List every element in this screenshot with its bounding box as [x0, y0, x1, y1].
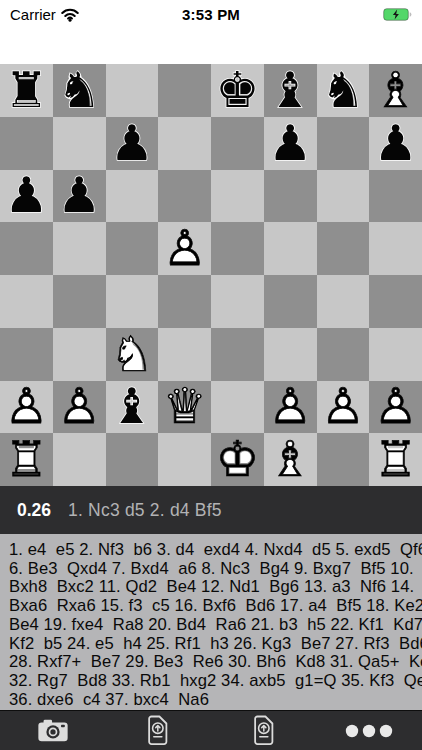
square-h3[interactable] [369, 328, 422, 381]
square-g5[interactable] [317, 222, 370, 275]
white-knight-icon: ♘ [106, 328, 159, 381]
square-a2[interactable]: ♟♙ [0, 381, 53, 434]
black-pawn-icon: ♟ [369, 117, 422, 170]
square-g7[interactable] [317, 117, 370, 170]
black-pawn-icon: ♙ [369, 117, 422, 170]
square-g1[interactable] [317, 433, 370, 486]
square-e6[interactable] [211, 170, 264, 223]
export-document-button[interactable] [211, 711, 317, 750]
square-a8[interactable]: ♖♜ [0, 64, 53, 117]
white-pawn-icon: ♟ [158, 222, 211, 275]
square-e7[interactable] [211, 117, 264, 170]
chess-board: ♖♜♘♞♔♚♗♝♘♞♝♗♙♟♙♟♙♟♙♟♙♟♟♙♞♘♟♙♟♙♗♝♛♕♟♙♟♙♟♙… [0, 64, 422, 486]
square-h5[interactable] [369, 222, 422, 275]
square-f4[interactable] [264, 275, 317, 328]
square-a1[interactable]: ♜♖ [0, 433, 53, 486]
square-f6[interactable] [264, 170, 317, 223]
black-pawn-icon: ♙ [0, 170, 53, 223]
black-rook-icon: ♖ [0, 64, 53, 117]
square-a6[interactable]: ♙♟ [0, 170, 53, 223]
square-c6[interactable] [106, 170, 159, 223]
white-king-icon: ♔ [211, 433, 264, 486]
square-e5[interactable] [211, 222, 264, 275]
square-a7[interactable] [0, 117, 53, 170]
square-f1[interactable]: ♝♗ [264, 433, 317, 486]
black-knight-icon: ♞ [53, 64, 106, 117]
square-h8[interactable]: ♝♗ [369, 64, 422, 117]
black-rook-icon: ♜ [0, 64, 53, 117]
square-d1[interactable] [158, 433, 211, 486]
white-rook-icon: ♜ [369, 433, 422, 486]
square-d8[interactable] [158, 64, 211, 117]
white-pawn-icon: ♙ [264, 381, 317, 434]
move-line: 36. dxe6 c4 37. bxc4 Na6 [9, 691, 413, 710]
square-d7[interactable] [158, 117, 211, 170]
square-g6[interactable] [317, 170, 370, 223]
battery-charging-icon [383, 8, 412, 21]
black-pawn-icon: ♟ [264, 117, 317, 170]
move-line: 1. e4 e5 2. Nf3 b6 3. d4 exd4 4. Nxd4 d5… [9, 541, 413, 560]
square-b7[interactable] [53, 117, 106, 170]
black-pawn-icon: ♟ [0, 170, 53, 223]
white-pawn-icon: ♟ [369, 381, 422, 434]
black-pawn-icon: ♟ [106, 117, 159, 170]
square-c4[interactable] [106, 275, 159, 328]
square-a4[interactable] [0, 275, 53, 328]
black-pawn-icon: ♙ [53, 170, 106, 223]
white-queen-icon: ♕ [158, 381, 211, 434]
move-line: Bxa6 Rxa6 15. f3 c5 16. Bxf6 Bd6 17. a4 … [9, 597, 413, 616]
black-knight-icon: ♘ [53, 64, 106, 117]
white-rook-icon: ♜ [0, 433, 53, 486]
square-g8[interactable]: ♘♞ [317, 64, 370, 117]
square-b2[interactable]: ♟♙ [53, 381, 106, 434]
square-d5[interactable]: ♟♙ [158, 222, 211, 275]
white-pawn-icon: ♟ [264, 381, 317, 434]
white-bishop-icon: ♝ [369, 64, 422, 117]
white-pawn-icon: ♙ [317, 381, 370, 434]
white-knight-icon: ♞ [106, 328, 159, 381]
black-king-icon: ♚ [211, 64, 264, 117]
square-e2[interactable] [211, 381, 264, 434]
square-f8[interactable]: ♗♝ [264, 64, 317, 117]
export-game-button[interactable] [106, 711, 212, 750]
square-e3[interactable] [211, 328, 264, 381]
square-d4[interactable] [158, 275, 211, 328]
camera-button[interactable] [0, 711, 106, 750]
square-a5[interactable] [0, 222, 53, 275]
white-rook-icon: ♖ [0, 433, 53, 486]
black-bishop-icon: ♝ [106, 381, 159, 434]
move-line: Kf2 b5 24. e5 h4 25. Rf1 h3 26. Kg3 Be7 … [9, 635, 413, 654]
white-bishop-icon: ♗ [264, 433, 317, 486]
square-f5[interactable] [264, 222, 317, 275]
move-line: 6. Be3 Qxd4 7. Bxd4 a6 8. Nc3 Bg4 9. Bxg… [9, 560, 413, 579]
square-f7[interactable]: ♙♟ [264, 117, 317, 170]
square-h7[interactable]: ♙♟ [369, 117, 422, 170]
square-c1[interactable] [106, 433, 159, 486]
engine-best-line: 1. Nc3 d5 2. d4 Bf5 [68, 500, 222, 521]
white-king-icon: ♚ [211, 433, 264, 486]
square-b6[interactable]: ♙♟ [53, 170, 106, 223]
black-pawn-icon: ♙ [106, 117, 159, 170]
move-line: Bxh8 Bxc2 11. Qd2 Be4 12. Nd1 Bg6 13. a3… [9, 578, 413, 597]
square-c8[interactable] [106, 64, 159, 117]
square-e4[interactable] [211, 275, 264, 328]
white-pawn-icon: ♟ [317, 381, 370, 434]
black-pawn-icon: ♙ [264, 117, 317, 170]
square-b5[interactable] [53, 222, 106, 275]
black-king-icon: ♔ [211, 64, 264, 117]
square-d2[interactable]: ♛♕ [158, 381, 211, 434]
white-pawn-icon: ♙ [369, 381, 422, 434]
black-pawn-icon: ♟ [53, 170, 106, 223]
square-e1[interactable]: ♚♔ [211, 433, 264, 486]
black-knight-icon: ♞ [317, 64, 370, 117]
camera-icon [36, 718, 70, 743]
white-pawn-icon: ♙ [158, 222, 211, 275]
square-g4[interactable] [317, 275, 370, 328]
white-pawn-icon: ♙ [0, 381, 53, 434]
square-d6[interactable] [158, 170, 211, 223]
white-pawn-icon: ♟ [0, 381, 53, 434]
chess-app-screen: Carrier 3:53 PM ♖♜♘♞♔♚♗♝♘♞♝♗♙♟♙♟♙♟♙♟♙♟♟♙… [0, 0, 422, 750]
black-bishop-icon: ♝ [264, 64, 317, 117]
square-h1[interactable]: ♜♖ [369, 433, 422, 486]
square-c2[interactable]: ♗♝ [106, 381, 159, 434]
move-list[interactable]: 1. e4 e5 2. Nf3 b6 3. d4 exd4 4. Nxd4 d5… [0, 534, 422, 710]
square-g3[interactable] [317, 328, 370, 381]
square-e8[interactable]: ♔♚ [211, 64, 264, 117]
white-queen-icon: ♛ [158, 381, 211, 434]
move-line: Be4 19. fxe4 Ra8 20. Bd4 Ra6 21. b3 h5 2… [9, 616, 413, 635]
move-line: 28. Rxf7+ Be7 29. Be3 Re6 30. Bh6 Kd8 31… [9, 653, 413, 672]
white-pawn-icon: ♙ [53, 381, 106, 434]
square-c7[interactable]: ♙♟ [106, 117, 159, 170]
square-b8[interactable]: ♘♞ [53, 64, 106, 117]
black-knight-icon: ♘ [317, 64, 370, 117]
export-document-icon [144, 715, 172, 746]
white-pawn-icon: ♟ [53, 381, 106, 434]
engine-eval-bar[interactable]: 0.26 1. Nc3 d5 2. d4 Bf5 [0, 486, 422, 534]
wifi-icon [61, 7, 79, 22]
square-g2[interactable]: ♟♙ [317, 381, 370, 434]
white-bishop-icon: ♗ [369, 64, 422, 117]
white-bishop-icon: ♝ [264, 433, 317, 486]
black-bishop-icon: ♗ [264, 64, 317, 117]
move-line: 32. Rg7 Bd8 33. Rb1 hxg2 34. axb5 g1=Q 3… [9, 672, 413, 691]
square-b1[interactable] [53, 433, 106, 486]
black-bishop-icon: ♗ [106, 381, 159, 434]
square-c5[interactable] [106, 222, 159, 275]
more-button[interactable] [317, 711, 422, 750]
square-d3[interactable] [158, 328, 211, 381]
white-rook-icon: ♖ [369, 433, 422, 486]
square-f2[interactable]: ♟♙ [264, 381, 317, 434]
eval-score: 0.26 [17, 500, 51, 521]
square-c3[interactable]: ♞♘ [106, 328, 159, 381]
status-bar: Carrier 3:53 PM [0, 0, 422, 64]
ellipsis-icon [344, 724, 394, 738]
export-document-icon [250, 715, 278, 746]
clock: 3:53 PM [182, 6, 240, 23]
bottom-toolbar [0, 710, 422, 750]
carrier-label: Carrier [10, 6, 56, 23]
square-b4[interactable] [53, 275, 106, 328]
square-a3[interactable] [0, 328, 53, 381]
square-h4[interactable] [369, 275, 422, 328]
square-b3[interactable] [53, 328, 106, 381]
square-h6[interactable] [369, 170, 422, 223]
square-h2[interactable]: ♟♙ [369, 381, 422, 434]
square-f3[interactable] [264, 328, 317, 381]
